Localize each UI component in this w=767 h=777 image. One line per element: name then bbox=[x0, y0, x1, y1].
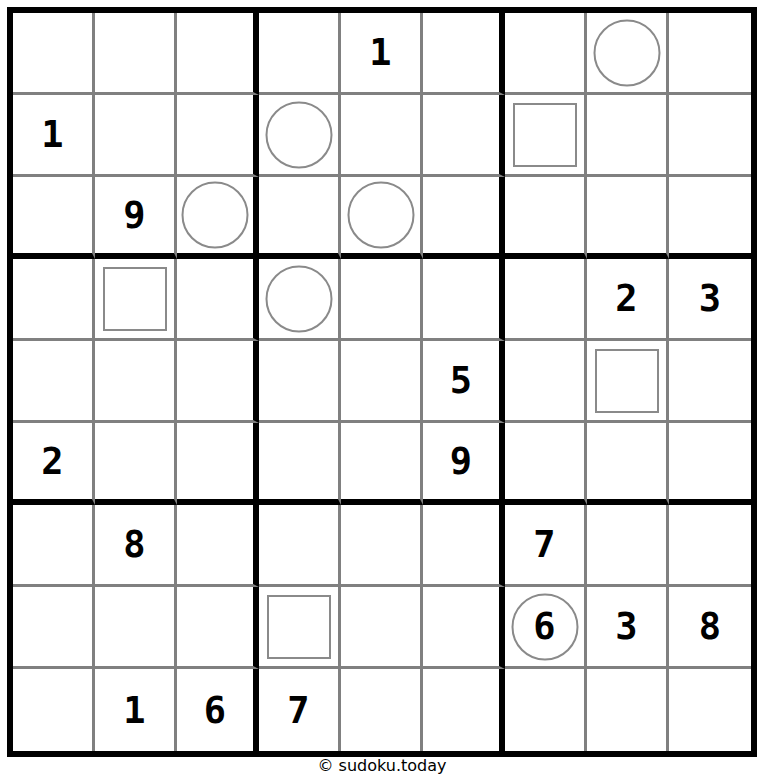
square-marker bbox=[595, 349, 659, 413]
circle-marker bbox=[593, 19, 660, 86]
cell-r5c2[interactable] bbox=[95, 341, 177, 423]
circle-marker bbox=[265, 101, 332, 168]
cell-r1c2[interactable] bbox=[95, 13, 177, 95]
cell-r2c1[interactable]: 1 bbox=[13, 95, 95, 177]
cell-r2c7[interactable] bbox=[505, 95, 587, 177]
given-digit: 3 bbox=[615, 608, 637, 645]
copyright-text: © sudoku.today bbox=[7, 756, 757, 775]
sudoku-board: 1192352987638167 bbox=[7, 7, 757, 757]
cell-r1c5[interactable]: 1 bbox=[341, 13, 423, 95]
cell-r3c6[interactable] bbox=[423, 177, 505, 259]
cell-r2c5[interactable] bbox=[341, 95, 423, 177]
cell-r5c9[interactable] bbox=[669, 341, 751, 423]
cell-r4c7[interactable] bbox=[505, 259, 587, 341]
cell-r8c8[interactable]: 3 bbox=[587, 587, 669, 669]
cell-r1c1[interactable] bbox=[13, 13, 95, 95]
cell-r2c6[interactable] bbox=[423, 95, 505, 177]
cell-r9c8[interactable] bbox=[587, 669, 669, 751]
given-digit: 8 bbox=[123, 526, 145, 563]
cell-r5c4[interactable] bbox=[259, 341, 341, 423]
cell-r3c7[interactable] bbox=[505, 177, 587, 259]
cell-r5c3[interactable] bbox=[177, 341, 259, 423]
cell-r9c9[interactable] bbox=[669, 669, 751, 751]
cell-r4c4[interactable] bbox=[259, 259, 341, 341]
given-digit: 1 bbox=[369, 34, 391, 71]
cell-r3c2[interactable]: 9 bbox=[95, 177, 177, 259]
given-digit: 2 bbox=[41, 443, 63, 480]
cell-r1c3[interactable] bbox=[177, 13, 259, 95]
cell-r7c5[interactable] bbox=[341, 505, 423, 587]
cell-r9c7[interactable] bbox=[505, 669, 587, 751]
cell-r2c3[interactable] bbox=[177, 95, 259, 177]
circle-marker bbox=[182, 182, 249, 249]
cell-r6c2[interactable] bbox=[95, 423, 177, 505]
given-digit: 6 bbox=[533, 608, 555, 645]
cell-r5c8[interactable] bbox=[587, 341, 669, 423]
cell-r8c7[interactable]: 6 bbox=[505, 587, 587, 669]
cell-r1c9[interactable] bbox=[669, 13, 751, 95]
cell-r4c1[interactable] bbox=[13, 259, 95, 341]
cell-r6c9[interactable] bbox=[669, 423, 751, 505]
square-marker bbox=[513, 103, 577, 167]
cell-r8c4[interactable] bbox=[259, 587, 341, 669]
given-digit: 5 bbox=[450, 362, 472, 399]
cell-r3c9[interactable] bbox=[669, 177, 751, 259]
cell-r6c3[interactable] bbox=[177, 423, 259, 505]
cell-r3c1[interactable] bbox=[13, 177, 95, 259]
cell-r8c2[interactable] bbox=[95, 587, 177, 669]
cell-r4c9[interactable]: 3 bbox=[669, 259, 751, 341]
given-digit: 6 bbox=[204, 692, 226, 729]
cell-r7c8[interactable] bbox=[587, 505, 669, 587]
sudoku-page: 1192352987638167 © sudoku.today bbox=[0, 0, 767, 777]
given-digit: 3 bbox=[699, 280, 721, 317]
cell-r5c1[interactable] bbox=[13, 341, 95, 423]
cell-r7c6[interactable] bbox=[423, 505, 505, 587]
cell-r2c4[interactable] bbox=[259, 95, 341, 177]
cell-r7c2[interactable]: 8 bbox=[95, 505, 177, 587]
cell-r7c7[interactable]: 7 bbox=[505, 505, 587, 587]
given-digit: 1 bbox=[41, 116, 63, 153]
cell-r6c5[interactable] bbox=[341, 423, 423, 505]
cell-r8c9[interactable]: 8 bbox=[669, 587, 751, 669]
cell-r4c2[interactable] bbox=[95, 259, 177, 341]
cell-r7c9[interactable] bbox=[669, 505, 751, 587]
cell-r5c5[interactable] bbox=[341, 341, 423, 423]
cell-r6c4[interactable] bbox=[259, 423, 341, 505]
cell-r8c1[interactable] bbox=[13, 587, 95, 669]
cell-r3c4[interactable] bbox=[259, 177, 341, 259]
cell-r8c3[interactable] bbox=[177, 587, 259, 669]
cell-r6c7[interactable] bbox=[505, 423, 587, 505]
cell-r1c8[interactable] bbox=[587, 13, 669, 95]
square-marker bbox=[103, 267, 167, 331]
given-digit: 2 bbox=[615, 280, 637, 317]
cell-r6c8[interactable] bbox=[587, 423, 669, 505]
cell-r9c4[interactable]: 7 bbox=[259, 669, 341, 751]
cell-r2c8[interactable] bbox=[587, 95, 669, 177]
cell-r1c4[interactable] bbox=[259, 13, 341, 95]
cell-r3c5[interactable] bbox=[341, 177, 423, 259]
cell-r2c9[interactable] bbox=[669, 95, 751, 177]
cell-r6c1[interactable]: 2 bbox=[13, 423, 95, 505]
square-marker bbox=[267, 595, 331, 659]
given-digit: 9 bbox=[450, 443, 472, 480]
circle-marker bbox=[347, 182, 414, 249]
cell-r7c1[interactable] bbox=[13, 505, 95, 587]
cell-r3c8[interactable] bbox=[587, 177, 669, 259]
given-digit: 9 bbox=[123, 197, 145, 234]
cell-r8c6[interactable] bbox=[423, 587, 505, 669]
cell-r6c6[interactable]: 9 bbox=[423, 423, 505, 505]
given-digit: 7 bbox=[533, 526, 555, 563]
given-digit: 1 bbox=[123, 692, 145, 729]
cell-r4c6[interactable] bbox=[423, 259, 505, 341]
cell-r1c7[interactable] bbox=[505, 13, 587, 95]
cell-r9c2[interactable]: 1 bbox=[95, 669, 177, 751]
cell-r1c6[interactable] bbox=[423, 13, 505, 95]
cell-r5c7[interactable] bbox=[505, 341, 587, 423]
cell-r7c3[interactable] bbox=[177, 505, 259, 587]
cell-r2c2[interactable] bbox=[95, 95, 177, 177]
cell-r3c3[interactable] bbox=[177, 177, 259, 259]
cell-r5c6[interactable]: 5 bbox=[423, 341, 505, 423]
cell-r4c8[interactable]: 2 bbox=[587, 259, 669, 341]
cell-r8c5[interactable] bbox=[341, 587, 423, 669]
cell-r9c5[interactable] bbox=[341, 669, 423, 751]
given-digit: 7 bbox=[287, 692, 309, 729]
cell-r9c6[interactable] bbox=[423, 669, 505, 751]
given-digit: 8 bbox=[699, 608, 721, 645]
cell-r9c1[interactable] bbox=[13, 669, 95, 751]
circle-marker bbox=[265, 265, 332, 332]
cell-r4c3[interactable] bbox=[177, 259, 259, 341]
cell-r7c4[interactable] bbox=[259, 505, 341, 587]
cell-r4c5[interactable] bbox=[341, 259, 423, 341]
cell-r9c3[interactable]: 6 bbox=[177, 669, 259, 751]
